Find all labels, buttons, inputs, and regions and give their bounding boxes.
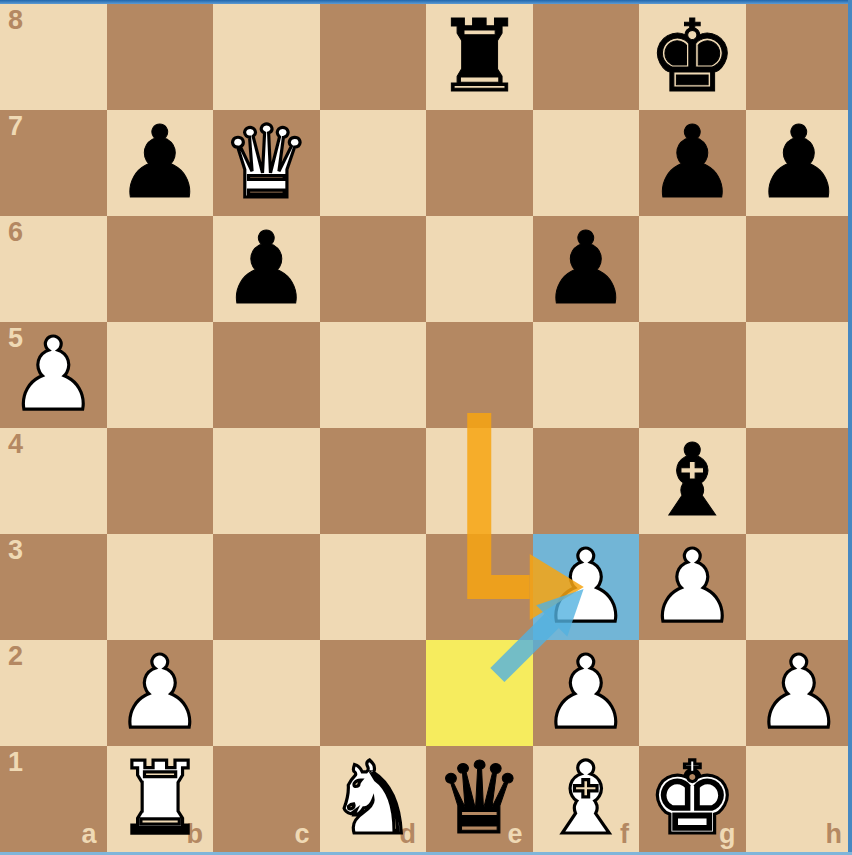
square-d5[interactable]: [320, 322, 427, 428]
piece-white-pawn[interactable]: ♟: [533, 640, 640, 746]
square-d6[interactable]: [320, 216, 427, 322]
square-a5[interactable]: 5♟: [0, 322, 107, 428]
square-g1[interactable]: g♚: [639, 746, 746, 852]
square-f2[interactable]: ♟: [533, 640, 640, 746]
square-h1[interactable]: h: [746, 746, 852, 852]
piece-white-pawn[interactable]: ♟: [639, 534, 746, 640]
square-d8[interactable]: [320, 4, 427, 110]
square-g5[interactable]: [639, 322, 746, 428]
chess-board: 8♜♚7♟♛♟♟6♟♟5♟4♝3♟♟2♟♟♟1ab♜cd♞e♛f♝g♚h: [0, 4, 852, 852]
square-e7[interactable]: [426, 110, 533, 216]
square-e3[interactable]: [426, 534, 533, 640]
square-h5[interactable]: [746, 322, 852, 428]
square-f7[interactable]: [533, 110, 640, 216]
square-e6[interactable]: [426, 216, 533, 322]
rank-label-8: 8: [8, 5, 23, 36]
square-a6[interactable]: 6: [0, 216, 107, 322]
square-e8[interactable]: ♜: [426, 4, 533, 110]
piece-black-queen[interactable]: ♛: [426, 746, 533, 852]
file-label-h: h: [826, 819, 843, 850]
piece-white-queen[interactable]: ♛: [213, 110, 320, 216]
square-f1[interactable]: f♝: [533, 746, 640, 852]
square-d7[interactable]: [320, 110, 427, 216]
square-d3[interactable]: [320, 534, 427, 640]
chess-board-frame: 8♜♚7♟♛♟♟6♟♟5♟4♝3♟♟2♟♟♟1ab♜cd♞e♛f♝g♚h: [0, 0, 852, 855]
square-b7[interactable]: ♟: [107, 110, 214, 216]
rank-label-6: 6: [8, 217, 23, 248]
square-a4[interactable]: 4: [0, 428, 107, 534]
square-h2[interactable]: ♟: [746, 640, 852, 746]
piece-white-knight[interactable]: ♞: [320, 746, 427, 852]
piece-black-rook[interactable]: ♜: [426, 4, 533, 110]
square-b3[interactable]: [107, 534, 214, 640]
square-f8[interactable]: [533, 4, 640, 110]
square-b1[interactable]: b♜: [107, 746, 214, 852]
square-c5[interactable]: [213, 322, 320, 428]
rank-label-7: 7: [8, 111, 23, 142]
piece-white-pawn[interactable]: ♟: [107, 640, 214, 746]
rank-label-1: 1: [8, 747, 23, 778]
square-b5[interactable]: [107, 322, 214, 428]
square-h4[interactable]: [746, 428, 852, 534]
square-b4[interactable]: [107, 428, 214, 534]
square-h8[interactable]: [746, 4, 852, 110]
square-d4[interactable]: [320, 428, 427, 534]
square-b8[interactable]: [107, 4, 214, 110]
square-a1[interactable]: 1a: [0, 746, 107, 852]
piece-white-king[interactable]: ♚: [639, 746, 746, 852]
piece-black-bishop[interactable]: ♝: [639, 428, 746, 534]
square-b2[interactable]: ♟: [107, 640, 214, 746]
square-h7[interactable]: ♟: [746, 110, 852, 216]
square-h6[interactable]: [746, 216, 852, 322]
square-f4[interactable]: [533, 428, 640, 534]
piece-black-pawn[interactable]: ♟: [533, 216, 640, 322]
piece-black-pawn[interactable]: ♟: [639, 110, 746, 216]
square-c7[interactable]: ♛: [213, 110, 320, 216]
piece-white-rook[interactable]: ♜: [107, 746, 214, 852]
square-e2[interactable]: [426, 640, 533, 746]
square-g2[interactable]: [639, 640, 746, 746]
window-border-right: [848, 0, 852, 855]
square-a2[interactable]: 2: [0, 640, 107, 746]
piece-black-pawn[interactable]: ♟: [746, 110, 852, 216]
square-f5[interactable]: [533, 322, 640, 428]
piece-white-pawn[interactable]: ♟: [746, 640, 852, 746]
square-a7[interactable]: 7: [0, 110, 107, 216]
square-h3[interactable]: [746, 534, 852, 640]
square-b6[interactable]: [107, 216, 214, 322]
square-c8[interactable]: [213, 4, 320, 110]
square-d2[interactable]: [320, 640, 427, 746]
rank-label-3: 3: [8, 535, 23, 566]
piece-white-pawn[interactable]: ♟: [0, 322, 107, 428]
square-c2[interactable]: [213, 640, 320, 746]
square-g8[interactable]: ♚: [639, 4, 746, 110]
square-g4[interactable]: ♝: [639, 428, 746, 534]
piece-black-king[interactable]: ♚: [639, 4, 746, 110]
square-e4[interactable]: [426, 428, 533, 534]
rank-label-4: 4: [8, 429, 23, 460]
piece-white-bishop[interactable]: ♝: [533, 746, 640, 852]
square-a8[interactable]: 8: [0, 4, 107, 110]
square-d1[interactable]: d♞: [320, 746, 427, 852]
window-border-top: [0, 0, 852, 4]
piece-white-pawn[interactable]: ♟: [533, 534, 640, 640]
file-label-c: c: [294, 819, 309, 850]
square-e1[interactable]: e♛: [426, 746, 533, 852]
square-g6[interactable]: [639, 216, 746, 322]
square-g7[interactable]: ♟: [639, 110, 746, 216]
square-f3[interactable]: ♟: [533, 534, 640, 640]
square-c3[interactable]: [213, 534, 320, 640]
square-c6[interactable]: ♟: [213, 216, 320, 322]
piece-black-pawn[interactable]: ♟: [213, 216, 320, 322]
rank-label-2: 2: [8, 641, 23, 672]
square-a3[interactable]: 3: [0, 534, 107, 640]
file-label-a: a: [81, 819, 96, 850]
square-c4[interactable]: [213, 428, 320, 534]
square-f6[interactable]: ♟: [533, 216, 640, 322]
square-e5[interactable]: [426, 322, 533, 428]
piece-black-pawn[interactable]: ♟: [107, 110, 214, 216]
square-c1[interactable]: c: [213, 746, 320, 852]
square-g3[interactable]: ♟: [639, 534, 746, 640]
